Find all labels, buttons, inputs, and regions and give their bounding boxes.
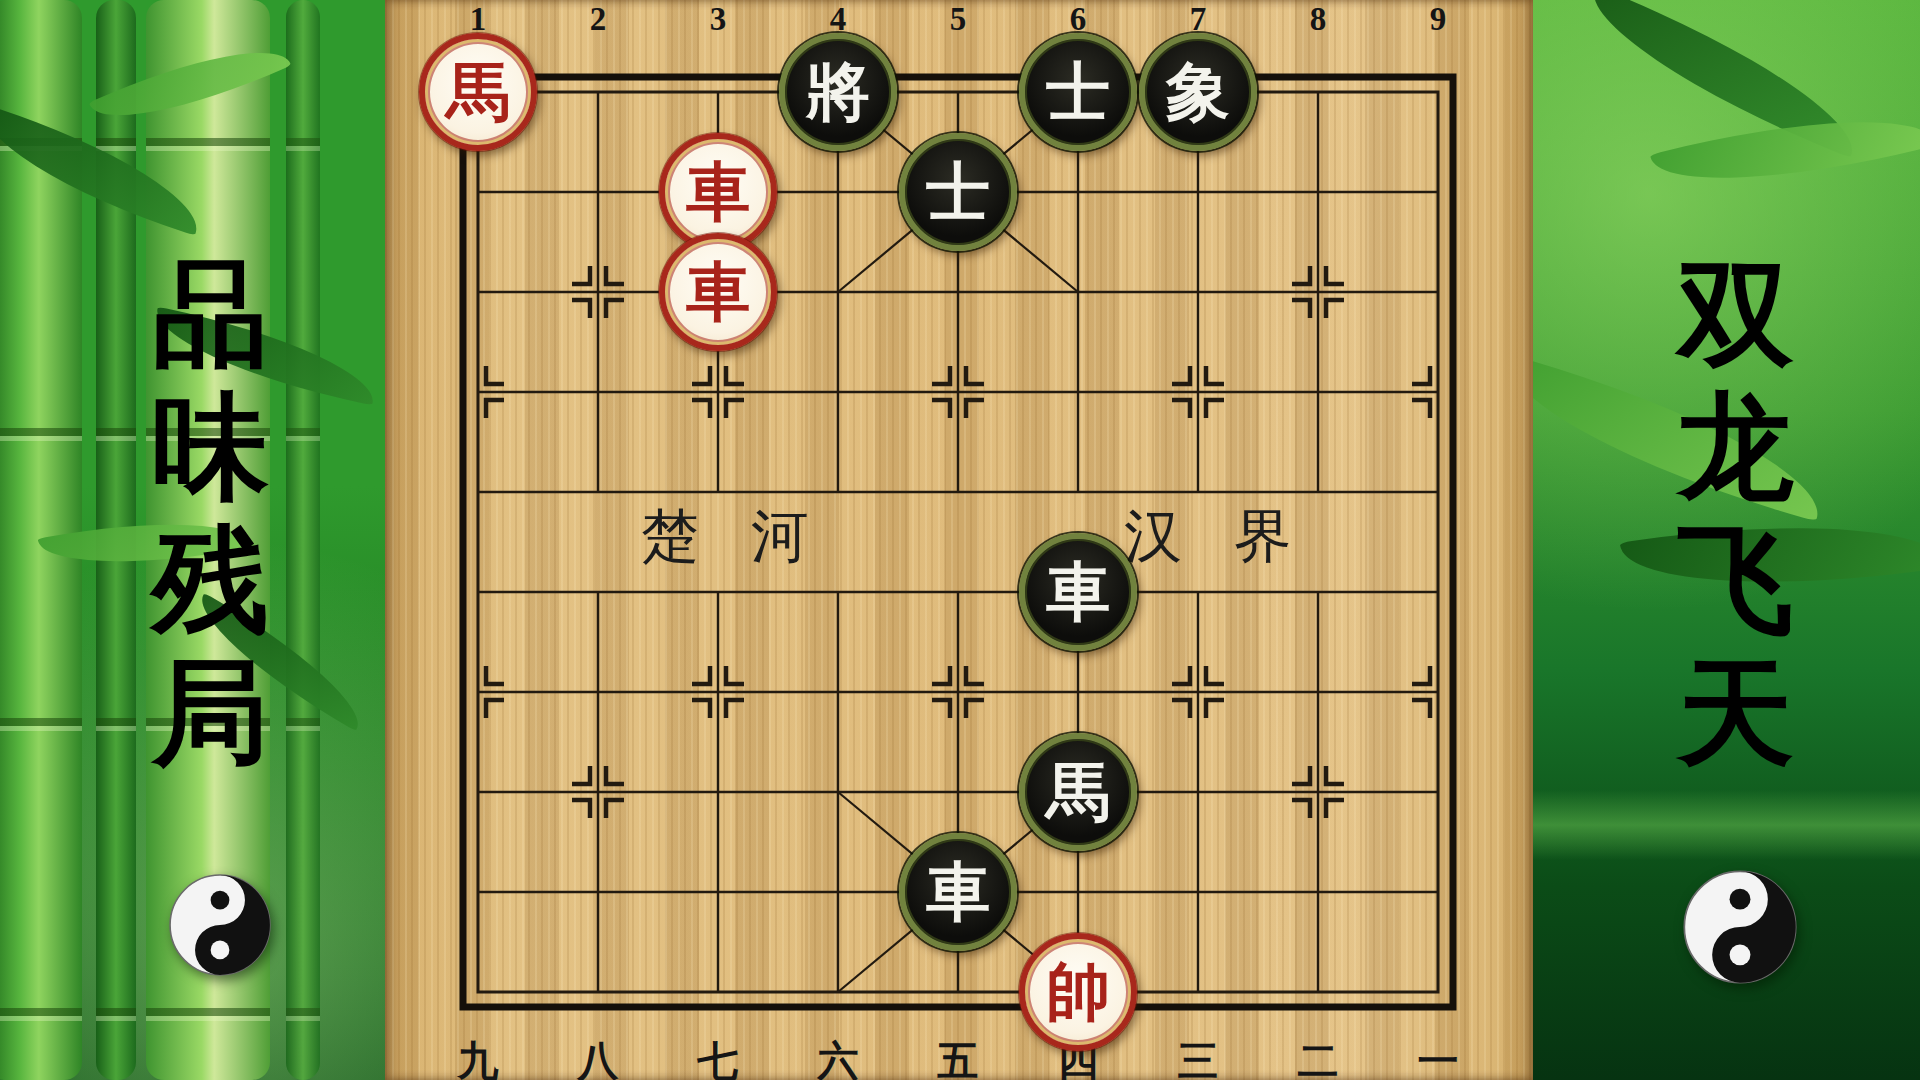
piece-black-chariot[interactable]: 車	[899, 833, 1017, 951]
file-number-label: 5	[928, 0, 988, 38]
piece-black-elephant[interactable]: 象	[1139, 33, 1257, 151]
left-title-pinwei-canju: 品味残局	[143, 247, 278, 779]
piece-red-general[interactable]: 帥	[1019, 933, 1137, 1051]
river-text-hanjie: 汉界	[1124, 506, 1344, 568]
title-character: 飞	[1678, 513, 1794, 646]
river-text-chuhe: 楚河	[641, 506, 861, 568]
piece-glyph: 車	[686, 260, 750, 324]
piece-glyph: 車	[1046, 560, 1110, 624]
piece-glyph: 將	[806, 60, 870, 124]
title-character: 残	[153, 513, 269, 646]
piece-glyph: 車	[686, 160, 750, 224]
file-chinese-label: 六	[803, 1040, 873, 1080]
file-chinese-label: 九	[443, 1040, 513, 1080]
bamboo-stalk	[286, 0, 320, 1080]
piece-black-advisor[interactable]: 士	[899, 133, 1017, 251]
file-chinese-label: 七	[683, 1040, 753, 1080]
title-character: 龙	[1678, 380, 1794, 513]
piece-glyph: 馬	[446, 60, 510, 124]
file-chinese-label: 八	[563, 1040, 633, 1080]
piece-black-horse[interactable]: 馬	[1019, 733, 1137, 851]
piece-glyph: 象	[1166, 60, 1230, 124]
file-chinese-label: 一	[1403, 1040, 1473, 1080]
piece-red-chariot[interactable]: 車	[659, 233, 777, 351]
light-band	[1533, 790, 1920, 860]
file-number-label: 9	[1408, 0, 1468, 38]
yin-yang-icon	[1682, 869, 1798, 985]
piece-glyph: 士	[1046, 60, 1110, 124]
piece-black-chariot[interactable]: 車	[1019, 533, 1137, 651]
xiangqi-app: 品味残局 双龙飞天 123456789 九八七六五四三二一 楚河 汉界 馬將士象…	[0, 0, 1920, 1080]
file-chinese-label: 五	[923, 1040, 993, 1080]
file-chinese-label: 三	[1163, 1040, 1233, 1080]
title-character: 品	[153, 247, 269, 380]
piece-glyph: 士	[926, 160, 990, 224]
title-character: 双	[1678, 247, 1794, 380]
piece-glyph: 帥	[1046, 960, 1110, 1024]
piece-black-advisor[interactable]: 士	[1019, 33, 1137, 151]
title-character: 天	[1678, 646, 1794, 779]
piece-glyph: 馬	[1046, 760, 1110, 824]
title-character: 局	[153, 646, 269, 779]
title-character: 味	[153, 380, 269, 513]
right-title-shuanglong-feitian: 双龙飞天	[1668, 247, 1803, 779]
file-number-label: 3	[688, 0, 748, 38]
piece-glyph: 車	[926, 860, 990, 924]
file-chinese-label: 二	[1283, 1040, 1353, 1080]
piece-red-horse[interactable]: 馬	[419, 33, 537, 151]
piece-black-general[interactable]: 將	[779, 33, 897, 151]
file-number-label: 8	[1288, 0, 1348, 38]
file-number-label: 2	[568, 0, 628, 38]
yin-yang-icon	[168, 873, 272, 977]
